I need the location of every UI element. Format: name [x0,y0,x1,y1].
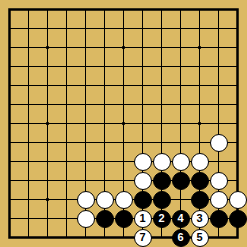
intersection[interactable] [95,95,114,114]
intersection[interactable] [38,57,57,76]
intersection[interactable] [0,190,19,209]
go-board: 1243765 [0,0,247,247]
intersection[interactable] [228,19,247,38]
intersection[interactable] [0,0,19,19]
intersection[interactable] [190,133,209,152]
intersection[interactable] [0,209,19,228]
intersection[interactable] [57,19,76,38]
intersection[interactable] [171,76,190,95]
intersection[interactable] [133,76,152,95]
intersection[interactable] [228,114,247,133]
intersection[interactable] [152,171,171,190]
intersection[interactable] [114,133,133,152]
intersection[interactable] [95,133,114,152]
intersection[interactable] [209,114,228,133]
intersection[interactable] [209,76,228,95]
intersection[interactable] [114,114,133,133]
black-stone[interactable] [153,191,171,209]
intersection[interactable] [114,209,133,228]
intersection[interactable] [133,171,152,190]
intersection[interactable] [95,190,114,209]
intersection[interactable]: 5 [190,228,209,247]
white-stone[interactable] [210,134,228,152]
white-stone[interactable] [229,191,247,209]
intersection[interactable] [38,38,57,57]
intersection[interactable]: 1 [133,209,152,228]
intersection[interactable]: 6 [171,228,190,247]
white-stone[interactable] [77,210,95,228]
intersection[interactable] [114,57,133,76]
intersection[interactable] [38,228,57,247]
intersection[interactable] [0,19,19,38]
intersection[interactable] [38,19,57,38]
intersection[interactable] [57,38,76,57]
intersection[interactable] [171,152,190,171]
intersection[interactable] [190,19,209,38]
black-stone[interactable] [115,210,133,228]
intersection[interactable] [171,57,190,76]
intersection[interactable] [76,19,95,38]
intersection[interactable] [19,0,38,19]
black-stone[interactable] [229,210,247,228]
intersection[interactable] [95,38,114,57]
white-stone[interactable] [172,153,190,171]
black-stone[interactable] [191,191,209,209]
intersection[interactable] [171,38,190,57]
intersection[interactable] [190,76,209,95]
intersection[interactable] [209,190,228,209]
intersection[interactable] [76,38,95,57]
white-stone[interactable] [96,191,114,209]
intersection[interactable] [0,95,19,114]
intersection[interactable] [152,190,171,209]
intersection[interactable] [76,209,95,228]
intersection[interactable] [133,152,152,171]
white-stone[interactable] [77,191,95,209]
intersection[interactable] [171,190,190,209]
intersection[interactable] [133,133,152,152]
intersection[interactable] [57,209,76,228]
intersection[interactable] [76,228,95,247]
intersection[interactable] [133,114,152,133]
intersection[interactable]: 2 [152,209,171,228]
intersection[interactable] [152,95,171,114]
intersection[interactable] [228,95,247,114]
black-stone[interactable]: 4 [172,210,190,228]
intersection[interactable] [95,209,114,228]
black-stone[interactable] [191,172,209,190]
intersection[interactable] [152,76,171,95]
intersection[interactable] [57,57,76,76]
black-stone[interactable] [153,172,171,190]
intersection[interactable] [38,209,57,228]
intersection[interactable] [38,171,57,190]
intersection[interactable] [76,0,95,19]
intersection[interactable] [95,228,114,247]
intersection[interactable] [0,38,19,57]
intersection[interactable] [152,133,171,152]
intersection[interactable] [95,114,114,133]
intersection[interactable] [76,95,95,114]
intersection[interactable] [38,190,57,209]
intersection[interactable] [228,228,247,247]
intersection[interactable] [38,133,57,152]
intersection[interactable] [0,76,19,95]
intersection[interactable] [114,152,133,171]
intersection[interactable] [57,228,76,247]
intersection[interactable] [209,171,228,190]
intersection[interactable] [133,190,152,209]
go-diagram: 1243765 [0,0,247,247]
intersection[interactable] [19,152,38,171]
intersection[interactable] [133,0,152,19]
intersection[interactable] [152,38,171,57]
intersection[interactable] [209,228,228,247]
intersection[interactable] [228,209,247,228]
white-stone[interactable]: 1 [134,210,152,228]
intersection[interactable] [228,152,247,171]
intersection[interactable] [171,0,190,19]
intersection[interactable]: 7 [133,228,152,247]
intersection[interactable] [57,133,76,152]
intersection[interactable] [38,114,57,133]
intersection[interactable] [190,0,209,19]
black-stone[interactable] [172,172,190,190]
black-stone[interactable] [96,210,114,228]
intersection[interactable] [19,190,38,209]
intersection[interactable] [76,171,95,190]
intersection[interactable] [19,19,38,38]
intersection[interactable] [152,228,171,247]
intersection[interactable] [57,171,76,190]
intersection[interactable] [190,190,209,209]
intersection[interactable] [19,114,38,133]
intersection[interactable] [228,190,247,209]
intersection[interactable] [152,0,171,19]
intersection[interactable] [114,171,133,190]
intersection[interactable] [209,57,228,76]
intersection[interactable] [19,171,38,190]
move-number: 5 [196,232,202,243]
intersection[interactable] [209,19,228,38]
black-stone[interactable]: 6 [172,229,190,247]
intersection[interactable] [171,133,190,152]
intersection[interactable] [95,152,114,171]
intersection[interactable] [190,38,209,57]
intersection[interactable] [190,95,209,114]
intersection[interactable] [171,171,190,190]
move-number: 7 [139,232,145,243]
intersection[interactable] [0,114,19,133]
intersection[interactable] [95,76,114,95]
intersection[interactable] [228,133,247,152]
intersection[interactable] [228,76,247,95]
intersection[interactable] [114,38,133,57]
intersection[interactable] [57,114,76,133]
intersection[interactable] [0,152,19,171]
intersection[interactable] [209,95,228,114]
intersection[interactable]: 3 [190,209,209,228]
intersection[interactable] [209,152,228,171]
intersection[interactable] [152,152,171,171]
intersection[interactable] [133,38,152,57]
intersection[interactable] [76,133,95,152]
intersection[interactable] [19,57,38,76]
intersection[interactable] [76,190,95,209]
move-number: 6 [177,232,183,243]
black-stone[interactable] [210,210,228,228]
intersection[interactable] [133,19,152,38]
intersection[interactable] [133,95,152,114]
intersection[interactable] [95,57,114,76]
intersection[interactable] [133,57,152,76]
intersection[interactable] [171,114,190,133]
intersection[interactable] [57,0,76,19]
intersection[interactable] [114,228,133,247]
intersection[interactable] [95,0,114,19]
white-stone[interactable]: 5 [191,229,209,247]
intersection[interactable] [19,95,38,114]
intersection[interactable] [76,114,95,133]
intersection[interactable] [0,133,19,152]
intersection[interactable] [19,38,38,57]
intersection[interactable] [114,0,133,19]
intersection[interactable] [95,171,114,190]
intersection[interactable] [19,228,38,247]
white-stone[interactable] [134,153,152,171]
intersection[interactable] [57,190,76,209]
intersection[interactable] [76,76,95,95]
intersection[interactable] [38,76,57,95]
intersection[interactable] [38,95,57,114]
black-stone[interactable]: 2 [153,210,171,228]
black-stone[interactable] [134,191,152,209]
white-stone[interactable] [210,191,228,209]
intersection[interactable] [57,152,76,171]
intersection[interactable] [95,19,114,38]
intersection[interactable] [209,209,228,228]
intersection[interactable] [228,57,247,76]
white-stone[interactable] [153,153,171,171]
intersection[interactable] [114,19,133,38]
move-number: 2 [158,213,164,224]
intersection[interactable] [114,95,133,114]
intersection[interactable]: 4 [171,209,190,228]
intersection[interactable] [190,114,209,133]
intersection[interactable] [228,0,247,19]
white-stone[interactable]: 7 [134,229,152,247]
intersection[interactable] [114,76,133,95]
intersection[interactable] [190,57,209,76]
intersection[interactable] [152,57,171,76]
intersection[interactable] [76,152,95,171]
intersection[interactable] [190,152,209,171]
intersection[interactable] [114,190,133,209]
move-number: 4 [177,213,183,224]
move-number: 1 [139,213,145,224]
intersection[interactable] [38,0,57,19]
intersection[interactable] [19,209,38,228]
intersection[interactable] [190,171,209,190]
intersection[interactable] [152,114,171,133]
white-stone[interactable] [115,191,133,209]
intersection[interactable] [38,152,57,171]
intersection[interactable] [228,171,247,190]
white-stone[interactable]: 3 [191,210,209,228]
intersection[interactable] [57,76,76,95]
intersection[interactable] [57,95,76,114]
intersection[interactable] [228,38,247,57]
intersection[interactable] [209,38,228,57]
intersection[interactable] [171,95,190,114]
intersection[interactable] [0,57,19,76]
move-number: 3 [196,213,202,224]
intersection[interactable] [19,76,38,95]
intersection[interactable] [0,228,19,247]
white-stone[interactable] [191,153,209,171]
white-stone[interactable] [134,172,152,190]
intersection[interactable] [152,19,171,38]
intersection[interactable] [209,0,228,19]
intersection[interactable] [0,171,19,190]
intersection[interactable] [19,133,38,152]
intersection[interactable] [76,57,95,76]
intersection[interactable] [171,19,190,38]
white-stone[interactable] [210,172,228,190]
intersection[interactable] [209,133,228,152]
